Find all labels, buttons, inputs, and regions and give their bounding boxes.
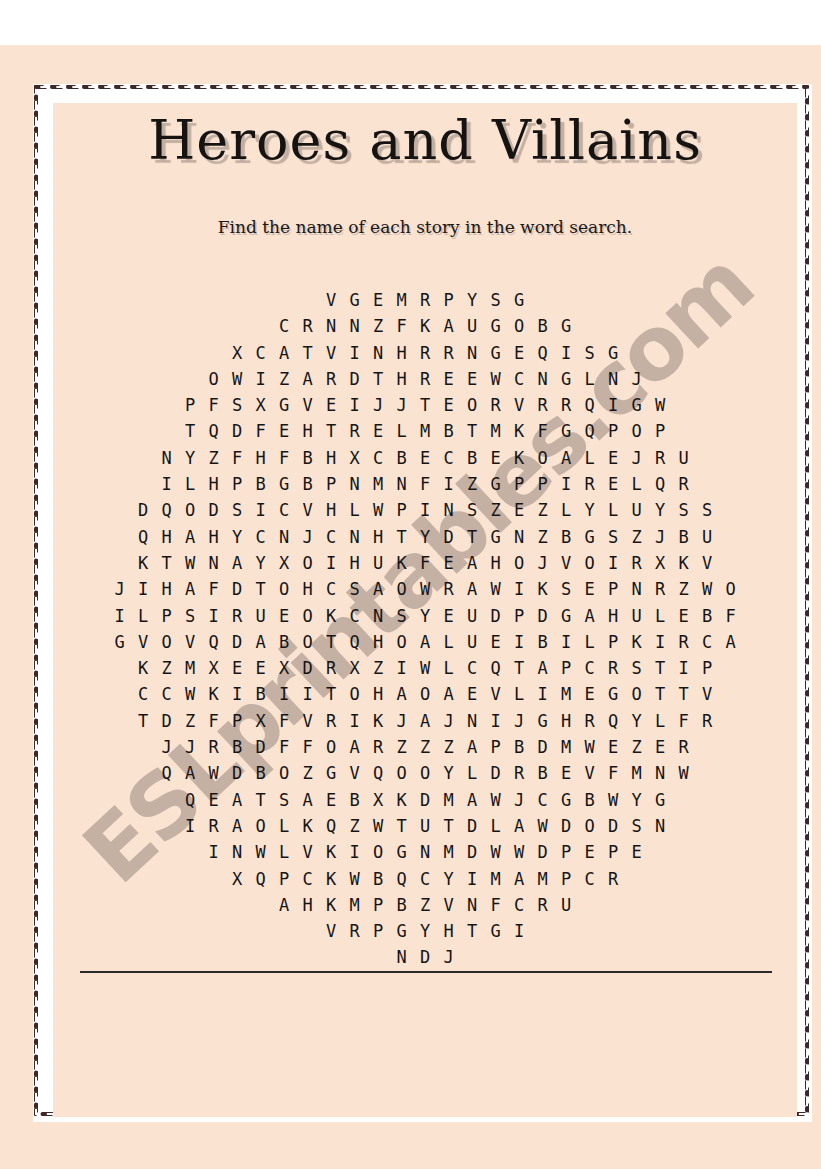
grid-cell: I [343,340,367,366]
grid-cell-empty [108,445,132,471]
grid-cell-empty [178,287,202,313]
grid-cell: G [484,524,508,550]
grid-cell: D [601,813,625,839]
grid-cell-empty [131,839,155,865]
grid-cell: T [460,918,484,944]
grid-cell-empty [507,944,531,970]
grid-cell: L [601,497,625,523]
grid-cell: C [507,892,531,918]
grid-cell: Z [625,524,649,550]
grid-cell-empty [719,866,743,892]
grid-cell: D [225,576,249,602]
grid-cell: J [507,787,531,813]
grid-cell-empty [108,787,132,813]
grid-cell-empty [672,392,696,418]
grid-cell: Q [390,866,414,892]
grid-cell: W [578,734,602,760]
grid-cell: M [413,418,437,444]
grid-cell: V [343,760,367,786]
grid-cell: K [319,866,343,892]
grid-cell: L [460,760,484,786]
grid-cell-empty [554,944,578,970]
grid-cell: R [648,445,672,471]
grid-cell: K [531,576,555,602]
grid-cell: X [202,655,226,681]
grid-cell: U [413,813,437,839]
grid-cell: X [366,787,390,813]
grid-cell-empty [249,918,273,944]
grid-cell: W [484,839,508,865]
grid-cell: I [390,655,414,681]
grid-cell: X [272,550,296,576]
grid-cell: G [484,313,508,339]
grid-cell: T [413,392,437,418]
grid-cell: W [413,576,437,602]
grid-cell: M [531,866,555,892]
grid-cell-empty [108,892,132,918]
grid-cell-empty [131,287,155,313]
grid-cell: N [437,497,461,523]
grid-cell: H [202,524,226,550]
grid-cell-empty [296,918,320,944]
grid-cell: N [225,839,249,865]
grid-cell: F [672,708,696,734]
grid-cell: O [366,839,390,865]
grid-cell: F [225,445,249,471]
grid-cell: S [343,576,367,602]
grid-cell: E [437,603,461,629]
grid-cell: W [648,392,672,418]
grid-cell: R [296,313,320,339]
grid-cell: X [225,866,249,892]
grid-cell: T [131,708,155,734]
grid-cell: W [484,366,508,392]
grid-cell: V [296,392,320,418]
grid-cell: A [507,866,531,892]
grid-cell: P [601,418,625,444]
grid-cell-empty [695,471,719,497]
grid-cell-empty [719,839,743,865]
grid-cell: A [366,576,390,602]
grid-cell: C [578,655,602,681]
grid-cell-empty [225,313,249,339]
grid-cell: S [225,392,249,418]
grid-cell: S [625,813,649,839]
grid-cell: A [554,445,578,471]
grid-cell-empty [131,471,155,497]
grid-cell-empty [719,550,743,576]
grid-cell: M [484,866,508,892]
grid-cell-empty [719,287,743,313]
grid-cell-empty [131,787,155,813]
grid-cell: B [249,471,273,497]
grid-cell: F [249,418,273,444]
grid-cell: A [178,524,202,550]
grid-cell: O [413,681,437,707]
grid-cell: E [601,734,625,760]
grid-cell: G [343,287,367,313]
grid-cell: I [554,629,578,655]
grid-cell: Q [648,471,672,497]
grid-cell-empty [155,340,179,366]
grid-cell-empty [178,839,202,865]
grid-cell-empty [131,734,155,760]
grid-cell: B [390,445,414,471]
grid-cell: Y [437,760,461,786]
grid-cell: S [601,524,625,550]
grid-cell: L [578,445,602,471]
grid-cell: R [578,708,602,734]
grid-cell-empty [484,944,508,970]
grid-cell: K [413,313,437,339]
grid-cell: Q [601,708,625,734]
grid-cell-empty [108,418,132,444]
grid-cell-empty [672,287,696,313]
grid-cell: I [507,629,531,655]
grid-cell: I [437,471,461,497]
grid-cell: O [296,550,320,576]
grid-cell-empty [719,813,743,839]
grid-cell-empty [625,944,649,970]
grid-cell: H [319,445,343,471]
grid-cell: H [390,366,414,392]
grid-cell: S [178,603,202,629]
grid-cell: E [202,787,226,813]
grid-cell-empty [178,313,202,339]
grid-cell: N [366,603,390,629]
grid-cell: Y [178,445,202,471]
grid-cell: L [437,629,461,655]
grid-cell: G [108,629,132,655]
grid-cell: Q [202,629,226,655]
grid-cell-empty [319,944,343,970]
grid-cell: G [484,918,508,944]
grid-cell-empty [578,313,602,339]
grid-cell: Z [366,313,390,339]
grid-cell: M [343,892,367,918]
grid-cell: A [413,629,437,655]
grid-cell: I [343,392,367,418]
grid-cell: C [507,366,531,392]
grid-cell: W [366,813,390,839]
grid-cell: O [296,603,320,629]
grid-cell: W [413,655,437,681]
grid-cell: H [366,524,390,550]
grid-cell: F [413,471,437,497]
grid-cell: O [625,681,649,707]
grid-cell: F [390,313,414,339]
grid-cell: W [672,760,696,786]
grid-cell-empty [625,892,649,918]
grid-cell: N [202,550,226,576]
grid-cell: A [296,787,320,813]
grid-cell-empty [202,892,226,918]
grid-cell: B [531,313,555,339]
grid-cell: K [296,813,320,839]
grid-cell: P [507,603,531,629]
grid-cell: M [554,734,578,760]
grid-cell: A [225,550,249,576]
grid-cell-empty [155,918,179,944]
grid-cell: P [507,471,531,497]
grid-cell: H [437,918,461,944]
grid-cell: R [484,392,508,418]
grid-cell: I [648,629,672,655]
grid-cell: R [413,366,437,392]
grid-cell: W [202,760,226,786]
grid-cell: K [390,787,414,813]
grid-cell: A [178,576,202,602]
grid-cell: S [672,497,696,523]
grid-cell: M [178,655,202,681]
grid-cell: U [625,497,649,523]
grid-cell: C [319,576,343,602]
grid-cell: A [460,787,484,813]
grid-cell: M [366,471,390,497]
grid-cell: J [648,524,672,550]
grid-cell: T [672,681,696,707]
grid-cell: T [648,655,672,681]
grid-cell: A [272,340,296,366]
grid-cell-empty [695,787,719,813]
grid-cell: Q [131,524,155,550]
grid-cell: C [272,497,296,523]
grid-cell: Q [484,655,508,681]
grid-cell: I [249,497,273,523]
grid-cell: I [484,708,508,734]
grid-cell: C [249,524,273,550]
grid-cell-empty [108,839,132,865]
grid-cell: P [554,655,578,681]
grid-cell: O [507,313,531,339]
grid-cell: A [249,629,273,655]
grid-cell: P [601,839,625,865]
grid-cell-empty [155,287,179,313]
grid-cell: Z [672,576,696,602]
grid-cell: F [202,576,226,602]
grid-cell-empty [272,918,296,944]
grid-cell: L [648,708,672,734]
grid-cell: T [437,813,461,839]
grid-cell: U [460,629,484,655]
grid-cell-empty [648,313,672,339]
grid-cell: E [507,497,531,523]
grid-cell-empty [202,918,226,944]
grid-cell: Q [202,418,226,444]
grid-cell: E [460,681,484,707]
grid-cell: N [601,366,625,392]
grid-cell: R [531,392,555,418]
grid-cell: I [225,681,249,707]
grid-cell-empty [249,892,273,918]
grid-cell: U [625,603,649,629]
grid-cell: A [531,655,555,681]
grid-cell: V [695,550,719,576]
grid-cell-empty [249,313,273,339]
grid-cell: S [390,603,414,629]
grid-cell: R [578,471,602,497]
grid-cell: W [249,839,273,865]
grid-cell: R [202,813,226,839]
grid-cell: I [554,471,578,497]
grid-cell-empty [695,734,719,760]
grid-cell-empty [719,655,743,681]
grid-cell: E [554,760,578,786]
grid-cell: P [437,287,461,313]
grid-cell: K [390,550,414,576]
grid-cell-empty [625,340,649,366]
grid-cell: B [366,866,390,892]
grid-cell: I [296,681,320,707]
grid-cell: G [319,760,343,786]
grid-cell-empty [601,892,625,918]
grid-cell-empty [601,313,625,339]
grid-cell-empty [108,918,132,944]
grid-cell: W [601,787,625,813]
grid-cell: D [343,366,367,392]
grid-cell: D [437,524,461,550]
grid-cell-empty [719,471,743,497]
grid-cell: O [272,576,296,602]
grid-cell: P [648,418,672,444]
grid-cell: I [202,603,226,629]
grid-cell-empty [108,497,132,523]
grid-cell-empty [695,287,719,313]
grid-cell: Y [625,787,649,813]
grid-cell: W [366,497,390,523]
grid-cell: H [155,576,179,602]
grid-cell: U [672,445,696,471]
grid-cell: B [249,681,273,707]
grid-cell: K [625,629,649,655]
grid-cell: N [531,366,555,392]
grid-cell: A [460,550,484,576]
grid-cell: P [225,471,249,497]
grid-cell-empty [155,839,179,865]
grid-cell-empty [108,550,132,576]
grid-cell-empty [108,734,132,760]
grid-cell: U [366,550,390,576]
grid-cell: Y [249,550,273,576]
grid-cell: V [319,340,343,366]
grid-cell-empty [225,892,249,918]
grid-cell: H [155,524,179,550]
grid-cell: K [319,892,343,918]
grid-cell: P [695,655,719,681]
grid-cell: C [437,445,461,471]
grid-cell: B [296,445,320,471]
grid-cell: T [249,787,273,813]
grid-cell: O [178,497,202,523]
grid-cell: E [601,471,625,497]
grid-cell: T [460,418,484,444]
grid-cell: P [601,629,625,655]
grid-cell: B [272,629,296,655]
grid-cell: G [648,787,672,813]
grid-cell: N [460,708,484,734]
grid-cell: E [460,366,484,392]
grid-cell: O [343,681,367,707]
grid-cell-empty [719,418,743,444]
grid-cell: I [413,497,437,523]
grid-cell: W [695,576,719,602]
grid-cell: Z [178,708,202,734]
grid-cell: Q [366,760,390,786]
grid-cell-empty [601,918,625,944]
grid-cell-empty [155,813,179,839]
grid-cell: Y [625,708,649,734]
grid-cell: D [413,787,437,813]
grid-cell: R [601,655,625,681]
grid-cell: H [484,550,508,576]
grid-cell: F [296,734,320,760]
grid-cell-empty [108,944,132,970]
grid-cell: A [413,708,437,734]
grid-cell: Q [578,392,602,418]
grid-cell: O [249,813,273,839]
grid-cell: H [249,445,273,471]
grid-cell: E [437,392,461,418]
grid-cell: O [155,629,179,655]
grid-cell-empty [719,445,743,471]
grid-cell: R [437,576,461,602]
grid-cell: Y [648,497,672,523]
puzzle-instructions: Find the name of each story in the word … [53,217,797,237]
grid-cell: K [202,681,226,707]
grid-cell: D [554,813,578,839]
grid-cell: Q [155,760,179,786]
grid-cell-empty [601,287,625,313]
grid-cell: J [390,392,414,418]
worksheet-page: ESLprintables.com Heroes and Villains Fi… [33,84,812,1122]
grid-cell-empty [272,944,296,970]
grid-cell-empty [695,760,719,786]
grid-cell: N [648,813,672,839]
grid-cell: Z [390,734,414,760]
grid-cell: R [531,892,555,918]
grid-cell: H [319,497,343,523]
grid-cell-empty [719,497,743,523]
grid-cell: I [343,708,367,734]
grid-cell: N [366,340,390,366]
grid-cell: K [672,550,696,576]
grid-cell: E [319,787,343,813]
grid-cell-empty [601,944,625,970]
grid-cell-empty [648,366,672,392]
grid-cell-empty [625,313,649,339]
grid-cell: Q [178,787,202,813]
grid-cell: K [131,550,155,576]
grid-cell: O [319,734,343,760]
grid-cell: J [390,708,414,734]
grid-cell: W [225,366,249,392]
grid-cell: G [390,839,414,865]
grid-cell: A [296,366,320,392]
grid-cell: Z [413,892,437,918]
grid-cell: Y [225,524,249,550]
grid-cell: P [319,471,343,497]
grid-cell: M [484,418,508,444]
grid-cell: D [296,655,320,681]
grid-cell: V [507,392,531,418]
grid-cell: O [390,629,414,655]
grid-cell: U [695,524,719,550]
grid-cell: R [554,392,578,418]
grid-cell: G [554,603,578,629]
grid-cell-empty [695,918,719,944]
grid-cell: U [460,313,484,339]
grid-cell: B [578,787,602,813]
